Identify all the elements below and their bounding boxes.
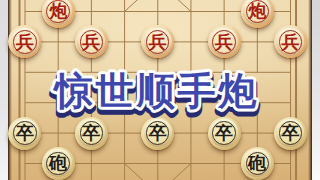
title-text: 惊世顺手炮 bbox=[53, 70, 260, 112]
title-overlay: 惊世顺手炮 惊世顺手炮 bbox=[0, 0, 320, 180]
video-frame: 炮炮兵兵兵兵兵卒卒卒卒卒砲砲 惊世顺手炮 惊世顺手炮 bbox=[0, 0, 320, 180]
